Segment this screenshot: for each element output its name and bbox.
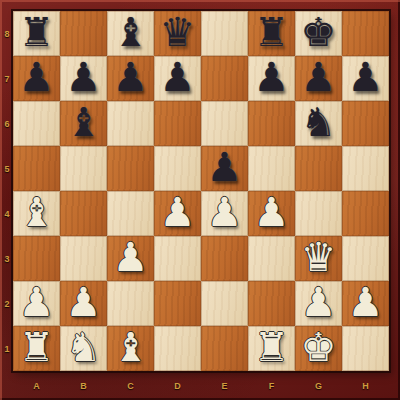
square-b6[interactable]: ♝ [60,101,107,146]
file-label-b: B [80,381,87,391]
square-f7[interactable]: ♟ [248,56,295,101]
piece-black-knight[interactable]: ♞ [301,100,337,145]
square-a7[interactable]: ♟ [13,56,60,101]
square-h8[interactable] [342,11,389,56]
piece-black-king[interactable]: ♚ [301,10,337,55]
square-f4[interactable]: ♟ [248,191,295,236]
piece-black-pawn[interactable]: ♟ [113,55,149,100]
square-f2[interactable] [248,281,295,326]
file-label-f: F [269,381,275,391]
square-d6[interactable] [154,101,201,146]
rank-label-5: 5 [4,164,9,174]
square-c1[interactable]: ♝ [107,326,154,371]
piece-black-pawn[interactable]: ♟ [19,55,55,100]
square-c8[interactable]: ♝ [107,11,154,56]
piece-black-pawn[interactable]: ♟ [348,55,384,100]
square-e7[interactable] [201,56,248,101]
piece-white-pawn[interactable]: ♟ [348,280,384,325]
square-h2[interactable]: ♟ [342,281,389,326]
piece-white-rook[interactable]: ♜ [19,325,55,370]
square-g5[interactable] [295,146,342,191]
square-g4[interactable] [295,191,342,236]
square-a2[interactable]: ♟ [13,281,60,326]
chess-board: ♜♝♛♜♚♟♟♟♟♟♟♟♝♞♟♝♟♟♟♟♛♟♟♟♟♜♞♝♜♚ [13,11,389,371]
square-b4[interactable] [60,191,107,236]
square-h3[interactable] [342,236,389,281]
square-g6[interactable]: ♞ [295,101,342,146]
piece-white-pawn[interactable]: ♟ [160,190,196,235]
square-a5[interactable] [13,146,60,191]
square-b2[interactable]: ♟ [60,281,107,326]
piece-black-rook[interactable]: ♜ [254,10,290,55]
file-label-h: H [362,381,369,391]
square-d2[interactable] [154,281,201,326]
square-f5[interactable] [248,146,295,191]
square-f6[interactable] [248,101,295,146]
piece-white-pawn[interactable]: ♟ [254,190,290,235]
square-g8[interactable]: ♚ [295,11,342,56]
square-c4[interactable] [107,191,154,236]
rank-label-2: 2 [4,299,9,309]
rank-label-8: 8 [4,29,9,39]
rank-label-1: 1 [4,344,9,354]
piece-white-bishop[interactable]: ♝ [113,325,149,370]
file-label-d: D [174,381,181,391]
square-g2[interactable]: ♟ [295,281,342,326]
square-b5[interactable] [60,146,107,191]
square-e3[interactable] [201,236,248,281]
piece-black-pawn[interactable]: ♟ [207,145,243,190]
square-h5[interactable] [342,146,389,191]
square-c6[interactable] [107,101,154,146]
square-e1[interactable] [201,326,248,371]
square-h4[interactable] [342,191,389,236]
square-a8[interactable]: ♜ [13,11,60,56]
square-f8[interactable]: ♜ [248,11,295,56]
square-g3[interactable]: ♛ [295,236,342,281]
square-e2[interactable] [201,281,248,326]
rank-label-6: 6 [4,119,9,129]
piece-white-pawn[interactable]: ♟ [66,280,102,325]
square-c7[interactable]: ♟ [107,56,154,101]
rank-label-4: 4 [4,209,9,219]
piece-black-bishop[interactable]: ♝ [113,10,149,55]
square-c2[interactable] [107,281,154,326]
square-a4[interactable]: ♝ [13,191,60,236]
piece-black-bishop[interactable]: ♝ [66,100,102,145]
square-d5[interactable] [154,146,201,191]
file-label-e: E [221,381,227,391]
piece-white-queen[interactable]: ♛ [301,235,337,280]
square-d7[interactable]: ♟ [154,56,201,101]
square-d1[interactable] [154,326,201,371]
square-f3[interactable] [248,236,295,281]
square-h6[interactable] [342,101,389,146]
piece-white-pawn[interactable]: ♟ [113,235,149,280]
rank-label-7: 7 [4,74,9,84]
square-b7[interactable]: ♟ [60,56,107,101]
file-label-c: C [127,381,134,391]
square-a1[interactable]: ♜ [13,326,60,371]
square-c5[interactable] [107,146,154,191]
piece-white-knight[interactable]: ♞ [66,325,102,370]
piece-black-pawn[interactable]: ♟ [301,55,337,100]
square-e8[interactable] [201,11,248,56]
piece-black-pawn[interactable]: ♟ [66,55,102,100]
square-g7[interactable]: ♟ [295,56,342,101]
piece-white-king[interactable]: ♚ [301,325,337,370]
square-c3[interactable]: ♟ [107,236,154,281]
square-d4[interactable]: ♟ [154,191,201,236]
square-g1[interactable]: ♚ [295,326,342,371]
square-a6[interactable] [13,101,60,146]
piece-black-rook[interactable]: ♜ [19,10,55,55]
file-label-g: G [315,381,322,391]
square-e4[interactable]: ♟ [201,191,248,236]
piece-white-rook[interactable]: ♜ [254,325,290,370]
square-h7[interactable]: ♟ [342,56,389,101]
square-f1[interactable]: ♜ [248,326,295,371]
piece-white-bishop[interactable]: ♝ [19,190,55,235]
piece-black-queen[interactable]: ♛ [160,10,196,55]
square-b1[interactable]: ♞ [60,326,107,371]
square-b8[interactable] [60,11,107,56]
square-d3[interactable] [154,236,201,281]
piece-black-pawn[interactable]: ♟ [160,55,196,100]
piece-white-pawn[interactable]: ♟ [301,280,337,325]
square-d8[interactable]: ♛ [154,11,201,56]
square-e5[interactable]: ♟ [201,146,248,191]
chess-board-frame: ♜♝♛♜♚♟♟♟♟♟♟♟♝♞♟♝♟♟♟♟♛♟♟♟♟♜♞♝♜♚ 87654321A… [0,0,400,400]
piece-white-pawn[interactable]: ♟ [19,280,55,325]
square-a3[interactable] [13,236,60,281]
square-h1[interactable] [342,326,389,371]
piece-white-pawn[interactable]: ♟ [207,190,243,235]
piece-black-pawn[interactable]: ♟ [254,55,290,100]
square-e6[interactable] [201,101,248,146]
file-label-a: A [33,381,40,391]
square-b3[interactable] [60,236,107,281]
rank-label-3: 3 [4,254,9,264]
